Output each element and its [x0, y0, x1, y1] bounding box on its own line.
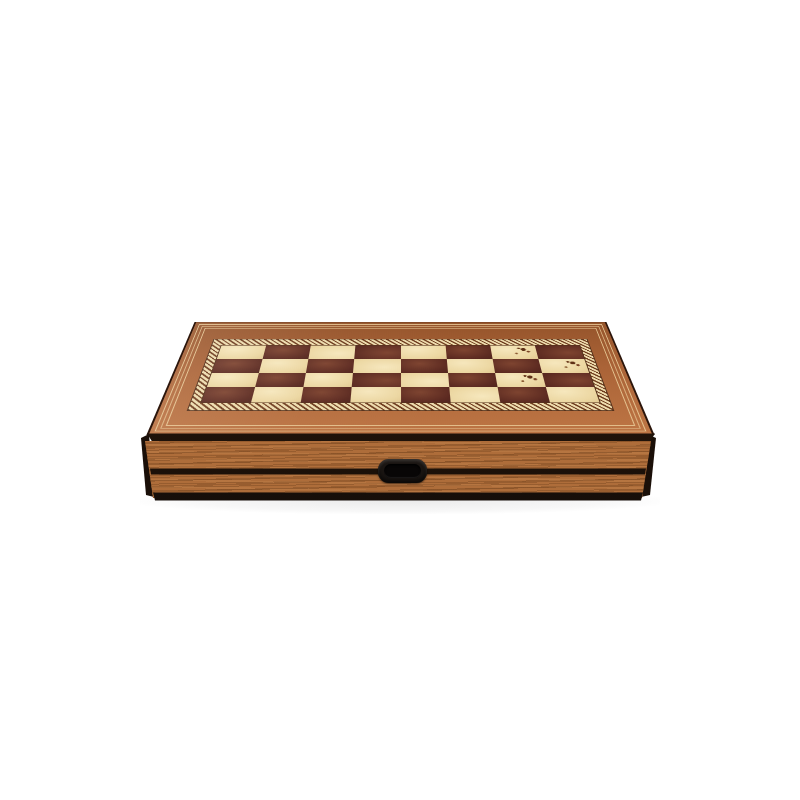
chessboard-grid — [200, 345, 601, 403]
board-square-r1c5 — [401, 346, 447, 359]
board-square-r1c6 — [445, 346, 492, 359]
board-square-r1c1 — [217, 346, 266, 359]
board-square-r2c6 — [446, 359, 494, 373]
board-square-r4c5 — [401, 387, 451, 402]
board-square-r4c4 — [351, 387, 401, 402]
board-square-r1c7 — [490, 346, 538, 359]
board-square-r2c2 — [259, 359, 309, 373]
board-square-r1c2 — [263, 346, 311, 359]
board-square-r4c6 — [449, 387, 500, 402]
board-square-r4c2 — [251, 387, 303, 402]
board-square-r4c8 — [546, 387, 600, 402]
board-square-r3c5 — [401, 373, 449, 388]
board-square-r3c8 — [542, 373, 594, 388]
board-square-r3c6 — [448, 373, 498, 388]
board-square-r4c3 — [301, 387, 352, 402]
board-square-r4c1 — [201, 387, 255, 402]
clasp-recess — [384, 464, 421, 478]
board-square-r3c4 — [352, 373, 400, 388]
product-photo-stage — [0, 0, 800, 800]
board-square-r4c7 — [497, 387, 549, 402]
board-square-r2c7 — [492, 359, 542, 373]
board-square-r2c3 — [306, 359, 354, 373]
board-square-r1c4 — [355, 346, 401, 359]
board-square-r1c3 — [309, 346, 356, 359]
board-square-r2c4 — [353, 359, 400, 373]
board-lid-top — [146, 322, 654, 435]
board-square-r3c3 — [304, 373, 354, 388]
metal-clasp-latch — [378, 459, 427, 483]
board-square-r3c7 — [495, 373, 546, 388]
board-square-r2c1 — [212, 359, 263, 373]
board-square-r2c5 — [401, 359, 448, 373]
board-square-r1c8 — [535, 346, 584, 359]
board-square-r3c1 — [207, 373, 259, 388]
board-square-r3c2 — [255, 373, 306, 388]
board-square-r2c8 — [538, 359, 589, 373]
